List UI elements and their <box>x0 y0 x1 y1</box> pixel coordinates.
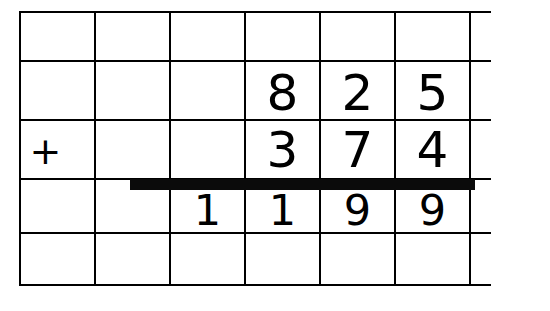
grid-cell-r2c1 <box>96 121 171 180</box>
sum-underline-bar <box>130 179 475 190</box>
grid-cell-r3c0 <box>21 180 96 234</box>
grid-cell-r1c3: 8 <box>246 62 321 121</box>
grid-overhang-r1 <box>471 62 491 121</box>
plus-operator-cell: + <box>21 121 96 180</box>
grid-cell-r4c1 <box>96 234 171 286</box>
grid-cell-r2c4: 7 <box>321 121 396 180</box>
grid-cell-r2c3: 3 <box>246 121 321 180</box>
grid-cell-r1c1 <box>96 62 171 121</box>
grid-cell-r0c2 <box>171 13 246 62</box>
addition-grid: 825+3741199 <box>19 11 491 286</box>
grid-cell-r4c4 <box>321 234 396 286</box>
grid-cell-r1c4: 2 <box>321 62 396 121</box>
grid-cell-r1c0 <box>21 62 96 121</box>
grid-cell-r0c0 <box>21 13 96 62</box>
grid-cell-r1c5: 5 <box>396 62 471 121</box>
grid-cell-r1c2 <box>171 62 246 121</box>
grid-cell-r4c5 <box>396 234 471 286</box>
grid-cell-r2c5: 4 <box>396 121 471 180</box>
grid-overhang-r0 <box>471 13 491 62</box>
grid-cell-r0c5 <box>396 13 471 62</box>
grid-overhang-r4 <box>471 234 491 286</box>
grid-cell-r4c0 <box>21 234 96 286</box>
grid-cell-r0c1 <box>96 13 171 62</box>
grid-cell-r4c3 <box>246 234 321 286</box>
grid-overhang-r2 <box>471 121 491 180</box>
grid-cell-r4c2 <box>171 234 246 286</box>
addition-worksheet: 825+3741199 <box>0 0 550 311</box>
grid-cell-r0c3 <box>246 13 321 62</box>
grid-cell-r2c2 <box>171 121 246 180</box>
grid-cell-r0c4 <box>321 13 396 62</box>
